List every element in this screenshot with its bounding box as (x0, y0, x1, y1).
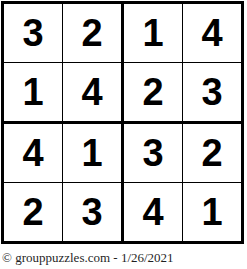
cell-r2c4: 3 (183, 63, 241, 124)
cell-r2c2: 4 (63, 63, 124, 124)
sudoku-board: 3 2 1 4 1 4 2 3 4 1 3 2 2 3 4 1 (1, 1, 244, 244)
cell-r2c3: 2 (124, 63, 183, 124)
cell-r4c3: 4 (124, 183, 183, 241)
cell-r3c4: 2 (183, 124, 241, 183)
copyright-credit: © grouppuzzles.com - 1/26/2021 (2, 250, 174, 266)
cell-r3c2: 1 (63, 124, 124, 183)
cell-r1c4: 4 (183, 4, 241, 63)
cell-r3c3: 3 (124, 124, 183, 183)
cell-r4c1: 2 (4, 183, 63, 241)
cell-r2c1: 1 (4, 63, 63, 124)
cell-r4c4: 1 (183, 183, 241, 241)
cell-r1c1: 3 (4, 4, 63, 63)
cell-r3c1: 4 (4, 124, 63, 183)
cell-r1c3: 1 (124, 4, 183, 63)
cell-r1c2: 2 (63, 4, 124, 63)
sudoku-page: 3 2 1 4 1 4 2 3 4 1 3 2 2 3 4 1 © groupp… (0, 0, 247, 269)
cell-r4c2: 3 (63, 183, 124, 241)
